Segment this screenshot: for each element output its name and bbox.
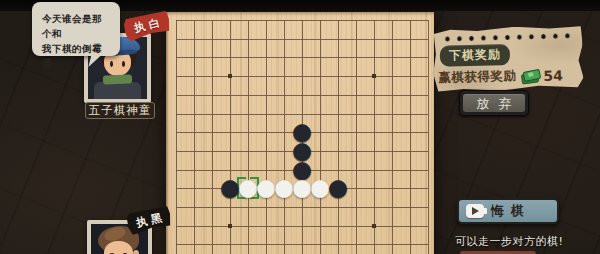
grid-line-vertical (428, 20, 429, 254)
grid-line-vertical (356, 20, 357, 254)
grid-line-vertical (194, 20, 195, 254)
money-icon (521, 70, 538, 81)
avatar-collar (103, 74, 132, 84)
star-point (228, 74, 232, 78)
cutoff-bottom-button[interactable] (458, 249, 538, 254)
reward-note: 下棋奖励 赢棋获得奖励 54 (432, 25, 584, 93)
ability-hint-text: 可以走一步对方的棋! (455, 234, 563, 249)
grid-line-vertical (230, 20, 231, 254)
grid-line-vertical (410, 20, 411, 254)
reward-amount: 54 (543, 67, 563, 84)
grid-line-horizontal (176, 226, 428, 227)
speech-bubble: 今天谁会是那个和 我下棋的倒霉蛋 (32, 2, 120, 56)
perforation-dots-icon (441, 31, 573, 41)
grid-line-vertical (284, 20, 285, 254)
avatar-ear (133, 250, 139, 254)
grid-line-vertical (374, 20, 375, 254)
grid-line-vertical (320, 20, 321, 254)
undo-button-label: 悔棋 (491, 202, 531, 220)
gomoku-game-screen: ●●●●●●●●●● 今天谁会是那个和 我下棋的倒霉蛋 执白 五子棋神童 执黑 … (0, 0, 600, 254)
reward-line: 赢棋获得奖励 54 (438, 67, 563, 87)
white-player-name: 五子棋神童 (85, 102, 155, 119)
grid-line-horizontal (176, 207, 428, 208)
star-point (228, 224, 232, 228)
avatar-shirt (94, 82, 141, 100)
forfeit-button[interactable]: 放弃 (459, 90, 529, 116)
video-ad-icon (466, 204, 484, 218)
star-point (372, 74, 376, 78)
grid-line-vertical (266, 20, 267, 254)
grid-line-vertical (176, 20, 177, 254)
avatar-eye (122, 61, 125, 67)
speech-line-1: 今天谁会是那个和 (42, 11, 111, 41)
black-stone: ● (328, 176, 348, 199)
grid-line-vertical (338, 20, 339, 254)
reward-title-badge: 下棋奖励 (440, 44, 511, 67)
star-point (372, 224, 376, 228)
reward-description: 赢棋获得奖励 (438, 68, 516, 87)
gomoku-board[interactable]: ●●●●●●●●●● (166, 12, 434, 254)
undo-move-button[interactable]: 悔棋 (457, 198, 559, 224)
grid-line-vertical (248, 20, 249, 254)
grid-line-vertical (392, 20, 393, 254)
grid-line-vertical (212, 20, 213, 254)
forfeit-button-face: 放弃 (463, 94, 525, 112)
forfeit-button-label: 放弃 (468, 95, 521, 113)
grid-line-horizontal (176, 244, 428, 245)
